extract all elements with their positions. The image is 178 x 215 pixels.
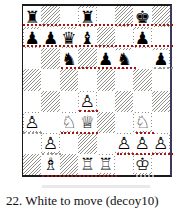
piece-bP-g7: ♟ [134, 29, 151, 47]
piece-wR-e1: ♖ [97, 155, 114, 173]
piece-bB-d7: ♝ [80, 29, 95, 47]
square-d6 [78, 48, 96, 69]
square-c7: ♛ [60, 27, 78, 48]
square-b7: ♟ [41, 27, 59, 48]
piece-wP-a3: ♙ [24, 113, 41, 131]
square-d4: ♙ [78, 91, 96, 112]
square-d1: ♖ [78, 154, 96, 175]
square-c6: ♞ [60, 48, 78, 69]
piece-wP-d4: ♙ [79, 92, 96, 110]
square-b3 [41, 112, 59, 133]
square-b2: ♙ [41, 133, 59, 154]
square-c3: ♘ [60, 112, 78, 133]
square-e6: ♟ [97, 48, 115, 69]
square-g4 [133, 91, 151, 112]
piece-bR-a8: ♜ [25, 8, 40, 26]
piece-wK-g1: ♔ [134, 155, 151, 173]
square-g7: ♟ [133, 27, 151, 48]
square-c4 [60, 91, 78, 112]
scan-smudge [42, 185, 150, 188]
square-b1: ♗ [41, 154, 59, 175]
square-f4 [115, 91, 133, 112]
square-b4 [41, 91, 59, 112]
piece-wP-g2: ♙ [135, 134, 150, 152]
piece-bQ-c7: ♛ [60, 29, 77, 47]
square-h5 [152, 69, 170, 90]
square-e4 [97, 91, 115, 112]
square-d8: ♜ [78, 6, 96, 27]
square-h1 [152, 154, 170, 175]
square-h8 [152, 6, 170, 27]
piece-bN-c6: ♞ [61, 50, 76, 68]
piece-wP-b2: ♙ [42, 134, 59, 152]
square-f5 [115, 69, 133, 90]
square-e7 [97, 27, 115, 48]
piece-bN-f6: ♞ [115, 50, 132, 68]
square-d5 [78, 69, 96, 90]
square-a3: ♙ [23, 112, 41, 133]
piece-wR-d1: ♖ [80, 155, 95, 173]
square-e8 [97, 6, 115, 27]
square-g2: ♙ [133, 133, 151, 154]
square-d7: ♝ [78, 27, 96, 48]
square-a4 [23, 91, 41, 112]
spellcheck-underline [42, 175, 117, 177]
square-c5 [60, 69, 78, 90]
piece-wP-f2: ♙ [115, 134, 132, 152]
square-c1 [60, 154, 78, 175]
piece-wB-b1: ♗ [43, 155, 58, 173]
square-f1 [115, 154, 133, 175]
piece-bP-h6: ♟ [152, 50, 169, 68]
square-a7: ♟ [23, 27, 41, 48]
piece-bP-a7: ♟ [24, 29, 41, 47]
square-c8 [60, 6, 78, 27]
square-g6 [133, 48, 151, 69]
square-d2 [78, 133, 96, 154]
square-g5 [133, 69, 151, 90]
square-b6 [41, 48, 59, 69]
chess-board: ♜♜♚♟♟♛♝♟♞♟♞♟♙♙♘♕♘♙♙♙♙♗♖♖♔ [22, 4, 172, 177]
square-a5 [23, 69, 41, 90]
square-f2: ♙ [115, 133, 133, 154]
square-g1: ♔ [133, 154, 151, 175]
piece-wQ-d3: ♕ [80, 113, 95, 131]
piece-wP-h2: ♙ [152, 134, 169, 152]
diagram-caption: 22. White to move (decoy10) [6, 193, 176, 209]
square-h7 [152, 27, 170, 48]
piece-bP-b7: ♟ [43, 29, 58, 47]
square-a6 [23, 48, 41, 69]
square-g8: ♚ [133, 6, 151, 27]
piece-wN-c3: ♘ [60, 113, 77, 131]
square-a8: ♜ [23, 6, 41, 27]
square-b8 [41, 6, 59, 27]
square-c2 [60, 133, 78, 154]
square-b5 [41, 69, 59, 90]
square-h4 [152, 91, 170, 112]
piece-bR-d8: ♜ [79, 8, 96, 26]
square-a2 [23, 133, 41, 154]
square-e2 [97, 133, 115, 154]
square-g3: ♘ [133, 112, 151, 133]
square-h3 [152, 112, 170, 133]
square-h2: ♙ [152, 133, 170, 154]
square-f6: ♞ [115, 48, 133, 69]
square-a1 [23, 154, 41, 175]
square-h6: ♟ [152, 48, 170, 69]
square-f7 [115, 27, 133, 48]
square-f3 [115, 112, 133, 133]
square-e5 [97, 69, 115, 90]
piece-bP-e6: ♟ [98, 50, 113, 68]
square-e1: ♖ [97, 154, 115, 175]
piece-wN-g3: ♘ [134, 113, 151, 131]
square-d3: ♕ [78, 112, 96, 133]
piece-bK-g8: ♚ [135, 8, 150, 26]
square-f8 [115, 6, 133, 27]
spellcheck-underline [136, 175, 155, 177]
square-e3 [97, 112, 115, 133]
